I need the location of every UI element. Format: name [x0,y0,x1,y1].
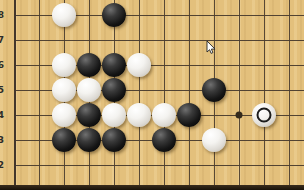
white-stone-c6[interactable] [52,53,76,77]
white-stone-f4[interactable] [127,103,151,127]
black-stone-g3[interactable] [152,128,176,152]
white-stone-c5[interactable] [52,78,76,102]
mouse-cursor-icon [206,41,216,55]
row-label-5: 5 [0,86,4,95]
star-point-k4 [236,112,243,119]
last-move-marker-icon [257,108,272,123]
row-label-8: 8 [0,11,4,20]
board-left-edge-line [14,0,16,190]
white-stone-c4[interactable] [52,103,76,127]
white-stone-c8[interactable] [52,3,76,27]
black-stone-e8[interactable] [102,3,126,27]
row-label-2: 2 [0,161,4,170]
go-board[interactable]: 87654321 [0,0,304,190]
black-stone-h4[interactable] [177,103,201,127]
black-stone-e5[interactable] [102,78,126,102]
white-stone-j3[interactable] [202,128,226,152]
black-stone-c3[interactable] [52,128,76,152]
white-stone-f6[interactable] [127,53,151,77]
row-label-4: 4 [0,111,4,120]
black-stone-d6[interactable] [77,53,101,77]
row-label-3: 3 [0,136,4,145]
white-stone-d5[interactable] [77,78,101,102]
row-label-6: 6 [0,61,4,70]
black-stone-e6[interactable] [102,53,126,77]
black-stone-e3[interactable] [102,128,126,152]
board-bottom-edge [0,185,304,190]
black-stone-d3[interactable] [77,128,101,152]
row-label-7: 7 [0,36,4,45]
white-stone-g4[interactable] [152,103,176,127]
white-stone-e4[interactable] [102,103,126,127]
white-stone-l4[interactable] [252,103,276,127]
black-stone-j5[interactable] [202,78,226,102]
black-stone-d4[interactable] [77,103,101,127]
